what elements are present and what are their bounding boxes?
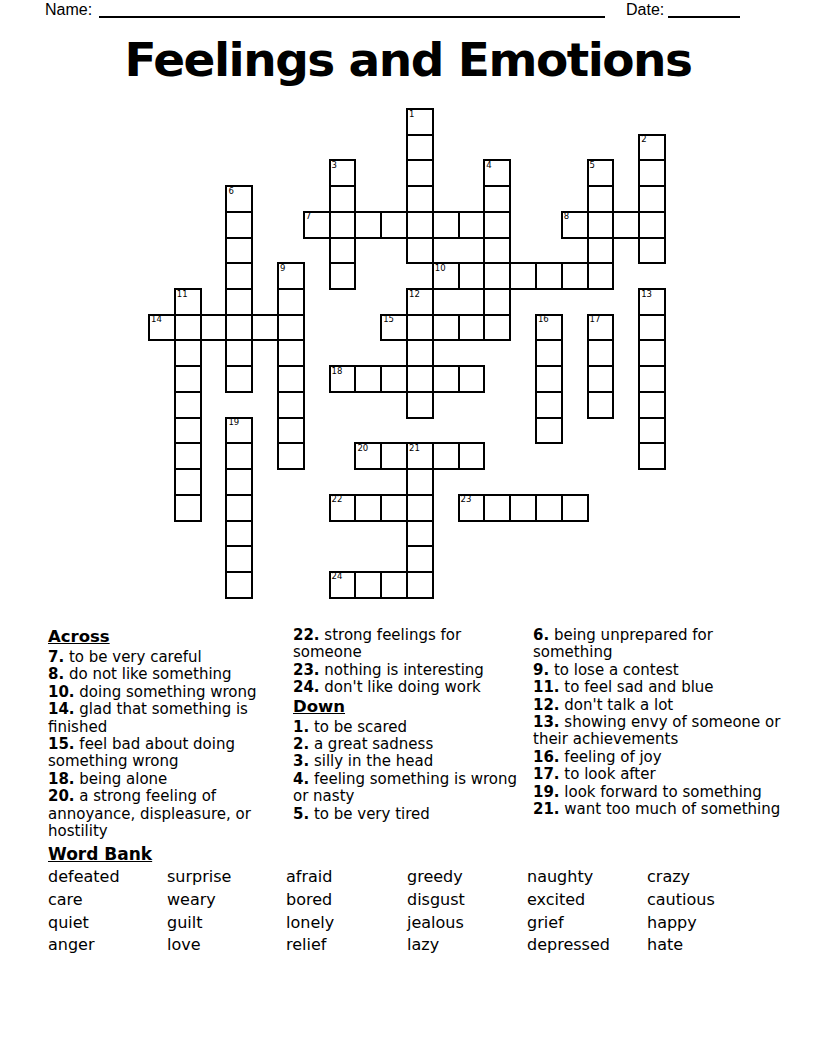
grid-cell[interactable]: [459, 263, 485, 289]
grid-cell[interactable]: [278, 418, 304, 444]
word-bank-item: guilt: [167, 912, 286, 935]
grid-cell[interactable]: [562, 495, 588, 521]
across-clues-part1: 7. to be very careful8. do not like some…: [48, 649, 291, 840]
word-bank-item: greedy: [407, 866, 527, 889]
grid-cell[interactable]: [175, 443, 201, 469]
word-bank-item: care: [48, 889, 167, 912]
word-bank-item: disgust: [407, 889, 527, 912]
grid-cell[interactable]: [278, 315, 304, 341]
grid-cell[interactable]: 2: [639, 135, 665, 161]
grid-cell[interactable]: [639, 418, 665, 444]
grid-cell[interactable]: [484, 186, 510, 212]
clue-down-3: 3. silly in the head: [293, 753, 534, 770]
clue-down-1: 1. to be scared: [293, 719, 534, 736]
grid-cell[interactable]: [226, 546, 252, 572]
grid-cell[interactable]: [175, 392, 201, 418]
grid-cell[interactable]: [639, 366, 665, 392]
clue-number: 11: [177, 290, 188, 299]
grid-cell[interactable]: [381, 443, 407, 469]
clue-number: 24: [332, 572, 343, 581]
grid-cell[interactable]: [330, 186, 356, 212]
grid-cell[interactable]: 23: [459, 495, 485, 521]
grid-cell[interactable]: [226, 315, 252, 341]
grid-cell[interactable]: [588, 366, 614, 392]
grid-cell[interactable]: [588, 212, 614, 238]
date-label: Date:: [626, 1, 664, 19]
clue-across-10: 10. doing something wrong: [48, 684, 291, 701]
clue-number: 6: [228, 187, 233, 196]
grid-cell[interactable]: [226, 263, 252, 289]
grid-cell[interactable]: [510, 263, 536, 289]
clue-number: 18: [332, 367, 343, 376]
clue-number: 13: [641, 290, 652, 299]
grid-cell[interactable]: 10: [433, 263, 459, 289]
grid-cell[interactable]: 14: [149, 315, 175, 341]
word-bank-heading: Word Bank: [48, 844, 152, 864]
clue-down-5: 5. to be very tired: [293, 806, 534, 823]
grid-cell[interactable]: [226, 289, 252, 315]
grid-cell[interactable]: [226, 521, 252, 547]
grid-cell[interactable]: [330, 238, 356, 264]
grid-cell[interactable]: 9: [278, 263, 304, 289]
grid-cell[interactable]: [484, 315, 510, 341]
word-bank-item: bored: [286, 889, 407, 912]
grid-cell[interactable]: [407, 521, 433, 547]
word-bank-item: relief: [286, 934, 407, 957]
grid-cell[interactable]: [226, 469, 252, 495]
word-bank-item: excited: [527, 889, 647, 912]
clue-across-18: 18. being alone: [48, 771, 291, 788]
grid-cell[interactable]: [381, 212, 407, 238]
grid-cell[interactable]: [175, 418, 201, 444]
grid-cell[interactable]: [536, 340, 562, 366]
clue-number: 14: [151, 315, 162, 324]
word-bank-item: jealous: [407, 912, 527, 935]
word-bank-item: hate: [647, 934, 767, 957]
grid-cell[interactable]: [407, 366, 433, 392]
clue-number: 9: [280, 264, 285, 273]
grid-cell[interactable]: [588, 238, 614, 264]
grid-cell[interactable]: [355, 212, 381, 238]
grid-cell[interactable]: [407, 572, 433, 598]
clue-down-13: 13. showing envy of someone or their ach…: [533, 714, 783, 749]
grid-cell[interactable]: [562, 263, 588, 289]
grid-cell[interactable]: 3: [330, 160, 356, 186]
crossword-grid: 123456789101112131415161718192021222324: [149, 109, 665, 598]
grid-cell[interactable]: [588, 186, 614, 212]
grid-cell[interactable]: 13: [639, 289, 665, 315]
grid-cell[interactable]: [407, 469, 433, 495]
clue-number: 22: [332, 495, 343, 504]
grid-cell[interactable]: [381, 572, 407, 598]
clue-down-9: 9. to lose a contest: [533, 662, 783, 679]
grid-cell[interactable]: [278, 366, 304, 392]
grid-cell[interactable]: [407, 160, 433, 186]
grid-cell[interactable]: [639, 160, 665, 186]
worksheet-page: Name: Date: Feelings and Emotions 123456…: [0, 0, 816, 1056]
grid-cell[interactable]: 24: [330, 572, 356, 598]
grid-cell[interactable]: [433, 212, 459, 238]
grid-cell[interactable]: [201, 315, 227, 341]
grid-cell[interactable]: [226, 495, 252, 521]
clue-number: 17: [590, 315, 601, 324]
clue-down-19: 19. look forward to something: [533, 784, 783, 801]
grid-cell[interactable]: [175, 366, 201, 392]
grid-cell[interactable]: [613, 212, 639, 238]
grid-cell[interactable]: [433, 366, 459, 392]
grid-cell[interactable]: [226, 212, 252, 238]
grid-cell[interactable]: [510, 495, 536, 521]
clue-down-17: 17. to look after: [533, 766, 783, 783]
grid-cell[interactable]: [639, 340, 665, 366]
grid-cell[interactable]: 12: [407, 289, 433, 315]
clue-down-21: 21. want too much of something: [533, 801, 783, 818]
page-title: Feelings and Emotions: [0, 30, 816, 90]
word-bank-item: lazy: [407, 934, 527, 957]
grid-cell[interactable]: [588, 392, 614, 418]
grid-cell[interactable]: [226, 572, 252, 598]
grid-cell[interactable]: [407, 238, 433, 264]
grid-cell[interactable]: [484, 212, 510, 238]
clues-column-3: 6. being unprepared for something9. to l…: [533, 627, 783, 818]
grid-cell[interactable]: [407, 212, 433, 238]
word-bank-item: naughty: [527, 866, 647, 889]
grid-cell[interactable]: [330, 263, 356, 289]
clue-down-11: 11. to feel sad and blue: [533, 679, 783, 696]
grid-cell[interactable]: [484, 495, 510, 521]
across-clues-part2: 22. strong feelings for someone23. nothi…: [293, 627, 534, 697]
word-bank-item: weary: [167, 889, 286, 912]
grid-cell[interactable]: [381, 495, 407, 521]
grid-cell[interactable]: [484, 289, 510, 315]
down-clues-part2: 6. being unprepared for something9. to l…: [533, 627, 783, 818]
name-input-line[interactable]: [99, 0, 605, 18]
grid-cell[interactable]: 16: [536, 315, 562, 341]
down-clues-part1: 1. to be scared2. a great sadness3. sill…: [293, 719, 534, 823]
clue-across-22: 22. strong feelings for someone: [293, 627, 534, 662]
clue-number: 23: [461, 495, 472, 504]
word-bank-item: lonely: [286, 912, 407, 935]
down-heading: Down: [293, 697, 534, 716]
grid-cell[interactable]: [278, 443, 304, 469]
word-bank-item: depressed: [527, 934, 647, 957]
grid-cell[interactable]: [278, 392, 304, 418]
grid-cell[interactable]: 21: [407, 443, 433, 469]
grid-cell[interactable]: [175, 340, 201, 366]
grid-cell[interactable]: [226, 340, 252, 366]
clues-column-2: 22. strong feelings for someone23. nothi…: [293, 627, 534, 823]
grid-cell[interactable]: 4: [484, 160, 510, 186]
grid-cell[interactable]: [588, 263, 614, 289]
clue-number: 5: [590, 161, 595, 170]
clue-number: 2: [641, 135, 646, 144]
clue-across-15: 15. feel bad about doing something wrong: [48, 736, 291, 771]
grid-cell[interactable]: [330, 212, 356, 238]
grid-cell[interactable]: [639, 315, 665, 341]
grid-cell[interactable]: 7: [304, 212, 330, 238]
clue-across-23: 23. nothing is interesting: [293, 662, 534, 679]
grid-cell[interactable]: [407, 495, 433, 521]
grid-cell[interactable]: [536, 418, 562, 444]
grid-cell[interactable]: [381, 366, 407, 392]
clue-across-14: 14. glad that something is finished: [48, 701, 291, 736]
grid-cell[interactable]: 1: [407, 109, 433, 135]
grid-cell[interactable]: 18: [330, 366, 356, 392]
clue-number: 4: [486, 161, 491, 170]
grid-cell[interactable]: [536, 263, 562, 289]
grid-cell[interactable]: [175, 469, 201, 495]
word-bank-item: happy: [647, 912, 767, 935]
grid-cell[interactable]: [226, 443, 252, 469]
grid-cell[interactable]: [355, 572, 381, 598]
across-heading: Across: [48, 627, 291, 646]
grid-cell[interactable]: [639, 212, 665, 238]
grid-cell[interactable]: [278, 340, 304, 366]
grid-cell[interactable]: [355, 366, 381, 392]
grid-cell[interactable]: [536, 392, 562, 418]
grid-cell[interactable]: [433, 443, 459, 469]
grid-cell[interactable]: [226, 366, 252, 392]
grid-cell[interactable]: [536, 495, 562, 521]
grid-cell[interactable]: 15: [381, 315, 407, 341]
clue-down-16: 16. feeling of joy: [533, 749, 783, 766]
word-bank-item: cautious: [647, 889, 767, 912]
grid-cell[interactable]: 11: [175, 289, 201, 315]
clue-across-8: 8. do not like something: [48, 666, 291, 683]
word-bank-item: grief: [527, 912, 647, 935]
word-bank-item: quiet: [48, 912, 167, 935]
word-bank-item: love: [167, 934, 286, 957]
grid-cell[interactable]: [278, 289, 304, 315]
grid-cell[interactable]: 17: [588, 315, 614, 341]
clue-number: 21: [409, 444, 420, 453]
grid-cell[interactable]: [639, 392, 665, 418]
grid-cell[interactable]: [175, 315, 201, 341]
clue-number: 15: [383, 315, 394, 324]
clue-across-20: 20. a strong feeling of annoyance, displ…: [48, 788, 291, 840]
clue-number: 12: [409, 290, 420, 299]
grid-cell[interactable]: [355, 495, 381, 521]
grid-cell[interactable]: [407, 340, 433, 366]
grid-cell[interactable]: [407, 546, 433, 572]
grid-cell[interactable]: [407, 135, 433, 161]
word-bank-item: anger: [48, 934, 167, 957]
word-bank-item: defeated: [48, 866, 167, 889]
grid-cell[interactable]: [459, 366, 485, 392]
grid-cell[interactable]: 20: [355, 443, 381, 469]
word-bank-item: surprise: [167, 866, 286, 889]
clue-number: 19: [228, 418, 239, 427]
clue-across-7: 7. to be very careful: [48, 649, 291, 666]
clue-down-6: 6. being unprepared for something: [533, 627, 783, 662]
grid-cell[interactable]: [407, 315, 433, 341]
grid-cell[interactable]: 19: [226, 418, 252, 444]
name-label: Name:: [45, 1, 92, 19]
grid-cell[interactable]: [459, 212, 485, 238]
grid-cell[interactable]: 22: [330, 495, 356, 521]
date-input-line[interactable]: [668, 0, 740, 18]
grid-cell[interactable]: [226, 238, 252, 264]
grid-cell[interactable]: [639, 186, 665, 212]
word-bank: defeatedsurpriseafraidgreedynaughtycrazy…: [48, 866, 767, 957]
clue-number: 3: [332, 161, 337, 170]
grid-cell[interactable]: [536, 366, 562, 392]
clue-down-2: 2. a great sadness: [293, 736, 534, 753]
grid-cell[interactable]: [459, 315, 485, 341]
grid-cell[interactable]: [459, 443, 485, 469]
clue-number: 20: [357, 444, 368, 453]
grid-cell[interactable]: [639, 443, 665, 469]
clue-number: 1: [409, 110, 414, 119]
word-bank-item: crazy: [647, 866, 767, 889]
grid-cell[interactable]: [588, 340, 614, 366]
clue-number: 16: [538, 315, 549, 324]
grid-cell[interactable]: [252, 315, 278, 341]
clue-number: 7: [306, 212, 311, 221]
grid-cell[interactable]: [407, 186, 433, 212]
clue-down-4: 4. feeling something is wrong or nasty: [293, 771, 534, 806]
word-bank-item: afraid: [286, 866, 407, 889]
clue-across-24: 24. don't like doing work: [293, 679, 534, 696]
grid-cell[interactable]: [433, 315, 459, 341]
grid-cell[interactable]: [639, 238, 665, 264]
grid-cell[interactable]: [484, 238, 510, 264]
grid-cell[interactable]: [484, 263, 510, 289]
grid-cell[interactable]: 8: [562, 212, 588, 238]
grid-cell[interactable]: [407, 392, 433, 418]
grid-cell[interactable]: 6: [226, 186, 252, 212]
clue-down-12: 12. don't talk a lot: [533, 697, 783, 714]
grid-cell[interactable]: 5: [588, 160, 614, 186]
clue-number: 8: [564, 212, 569, 221]
grid-cell[interactable]: [175, 495, 201, 521]
clues-column-1: Across 7. to be very careful8. do not li…: [48, 627, 291, 840]
clue-number: 10: [435, 264, 446, 273]
